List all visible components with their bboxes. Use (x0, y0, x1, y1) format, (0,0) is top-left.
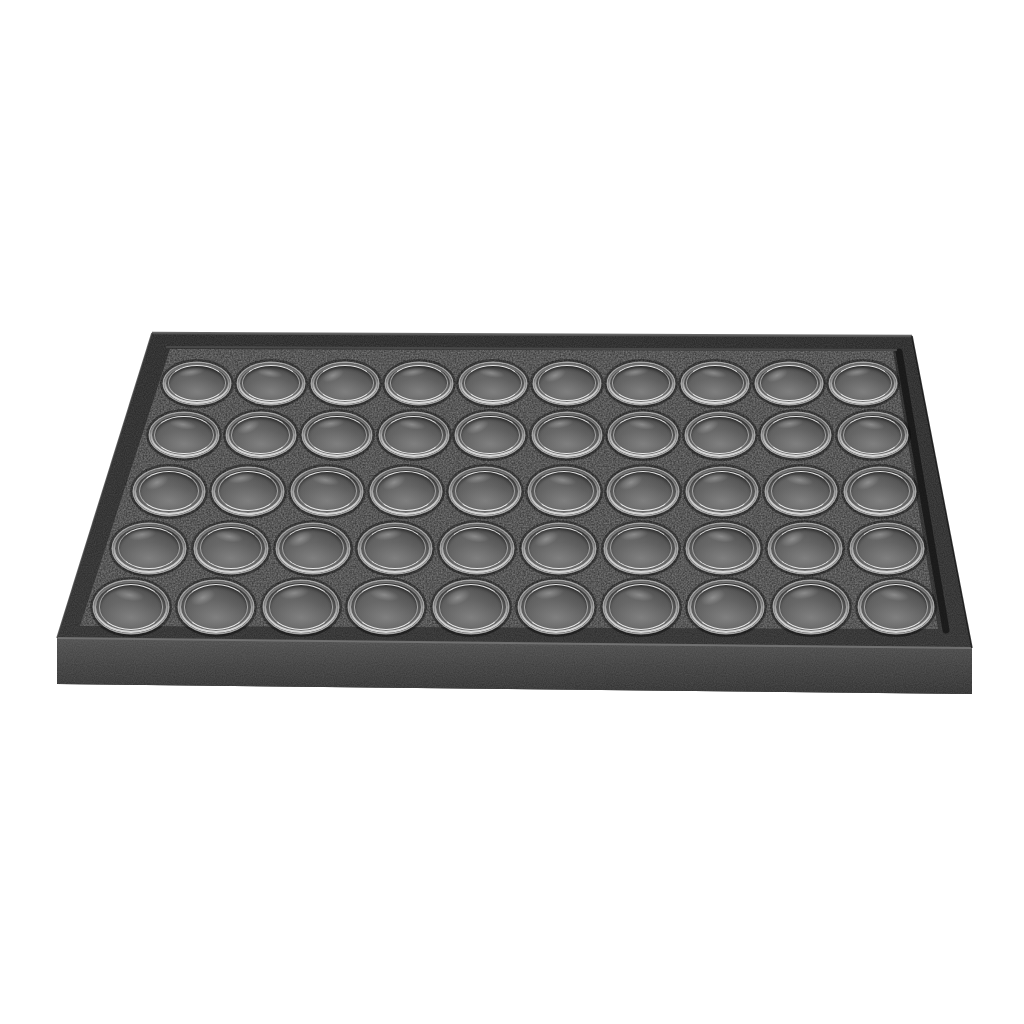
gem-pot (519, 581, 593, 633)
gem-pot (371, 468, 441, 515)
gem-pot (238, 363, 304, 404)
gem-pot (227, 413, 295, 457)
gem-pot (134, 468, 204, 515)
gem-pot (312, 363, 378, 404)
gem-pot (605, 524, 677, 573)
gem-pot (762, 413, 830, 457)
gem-pot (682, 363, 748, 404)
gem-pot (292, 468, 362, 515)
gem-pot (608, 363, 674, 404)
gem-pot (195, 524, 267, 573)
gem-pot (456, 413, 524, 457)
gem-pot (460, 363, 526, 404)
gem-pot (766, 468, 836, 515)
gem-pot (859, 581, 933, 633)
gem-pot (277, 524, 349, 573)
gem-pot (533, 413, 601, 457)
gem-pot (164, 363, 230, 404)
gem-pot (179, 581, 253, 633)
gem-pot (689, 581, 763, 633)
gem-pot (359, 524, 431, 573)
gem-pot (450, 468, 520, 515)
gem-pot (845, 468, 915, 515)
pot-grid (0, 0, 1024, 1024)
gem-pot (774, 581, 848, 633)
gem-pot (839, 413, 907, 457)
gem-pot (851, 524, 923, 573)
gem-pot (608, 468, 678, 515)
gem-pot (687, 468, 757, 515)
gem-pot (213, 468, 283, 515)
gem-pot (609, 413, 677, 457)
gem-pot (604, 581, 678, 633)
gem-pot (534, 363, 600, 404)
gem-pot (264, 581, 338, 633)
gem-pot (113, 524, 185, 573)
gem-pot (94, 581, 168, 633)
gem-pot (686, 413, 754, 457)
gem-pot (303, 413, 371, 457)
gem-pot (434, 581, 508, 633)
gem-pot (756, 363, 822, 404)
gem-pot (441, 524, 513, 573)
gem-pot (386, 363, 452, 404)
product-photo-stage (0, 0, 1024, 1024)
gem-pot (687, 524, 759, 573)
gem-pot (150, 413, 218, 457)
gem-pot (529, 468, 599, 515)
gem-pot (349, 581, 423, 633)
gem-pot (380, 413, 448, 457)
gem-pot (769, 524, 841, 573)
gem-pot (830, 363, 896, 404)
gem-pot (523, 524, 595, 573)
